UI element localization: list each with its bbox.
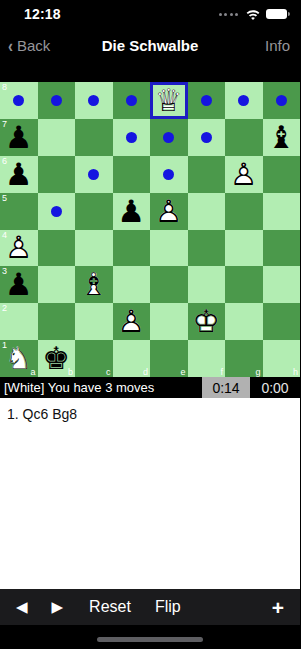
square-a5[interactable]: 5 — [0, 193, 38, 230]
square-f2[interactable]: ♚♔ — [188, 303, 226, 340]
square-e4[interactable] — [150, 230, 188, 267]
app-window: 12:18 ‹ Back Die Schwalbe Info 8♛♕7♟♝6♟♟… — [0, 0, 300, 649]
piece-wN-a1[interactable]: ♞♘ — [0, 340, 38, 377]
file-label-e: e — [180, 367, 185, 377]
legal-move-dot[interactable] — [201, 132, 212, 143]
square-h7[interactable]: ♝ — [263, 119, 301, 156]
square-f8[interactable] — [188, 82, 226, 119]
square-a8[interactable]: 8 — [0, 82, 38, 119]
previous-move-button[interactable]: ◀ — [16, 598, 28, 616]
square-c6[interactable] — [75, 156, 113, 193]
rank-label-5: 5 — [2, 193, 7, 203]
square-d5[interactable]: ♟ — [113, 193, 151, 230]
piece-wQ-e8[interactable]: ♛♕ — [150, 82, 188, 119]
square-c1[interactable]: c — [75, 340, 113, 377]
square-e1[interactable]: e — [150, 340, 188, 377]
square-f3[interactable] — [188, 266, 226, 303]
square-b5[interactable] — [38, 193, 76, 230]
legal-move-dot[interactable] — [88, 169, 99, 180]
square-g6[interactable]: ♟♙ — [225, 156, 263, 193]
reset-button[interactable]: Reset — [89, 598, 131, 616]
legal-move-dot[interactable] — [13, 95, 24, 106]
file-label-c: c — [106, 367, 111, 377]
square-h3[interactable] — [263, 266, 301, 303]
square-f1[interactable]: f — [188, 340, 226, 377]
square-a4[interactable]: 4♟♙ — [0, 230, 38, 267]
square-h6[interactable] — [263, 156, 301, 193]
square-a3[interactable]: 3♟ — [0, 266, 38, 303]
legal-move-dot[interactable] — [201, 95, 212, 106]
piece-wK-f2[interactable]: ♚♔ — [188, 303, 226, 340]
square-b2[interactable] — [38, 303, 76, 340]
nav-bar: ‹ Back Die Schwalbe Info — [0, 28, 300, 62]
square-b6[interactable] — [38, 156, 76, 193]
square-g2[interactable] — [225, 303, 263, 340]
square-h5[interactable] — [263, 193, 301, 230]
piece-bP-a6[interactable]: ♟ — [0, 156, 38, 193]
file-label-h: h — [293, 367, 298, 377]
white-clock: 0:14 — [202, 377, 250, 398]
clock: 12:18 — [24, 6, 61, 22]
status-icons — [219, 9, 291, 20]
square-h2[interactable] — [263, 303, 301, 340]
square-g8[interactable] — [225, 82, 263, 119]
legal-move-dot[interactable] — [163, 132, 174, 143]
square-d7[interactable] — [113, 119, 151, 156]
square-c4[interactable] — [75, 230, 113, 267]
piece-bK-b1[interactable]: ♚ — [38, 340, 76, 377]
square-e7[interactable] — [150, 119, 188, 156]
file-label-g: g — [255, 367, 260, 377]
square-e2[interactable] — [150, 303, 188, 340]
footer — [0, 625, 300, 649]
square-b1[interactable]: b♚ — [38, 340, 76, 377]
square-b4[interactable] — [38, 230, 76, 267]
rank-label-2: 2 — [2, 303, 7, 313]
square-c2[interactable] — [75, 303, 113, 340]
status-bar: 12:18 — [0, 0, 300, 28]
legal-move-dot[interactable] — [126, 95, 137, 106]
piece-bP-a7[interactable]: ♟ — [0, 119, 38, 156]
square-f4[interactable] — [188, 230, 226, 267]
square-g5[interactable] — [225, 193, 263, 230]
square-c7[interactable] — [75, 119, 113, 156]
square-f5[interactable] — [188, 193, 226, 230]
next-move-button[interactable]: ▶ — [52, 598, 64, 616]
back-label: Back — [17, 37, 50, 54]
square-a6[interactable]: 6♟ — [0, 156, 38, 193]
wifi-icon — [245, 9, 261, 20]
black-clock: 0:00 — [250, 377, 300, 398]
legal-move-dot[interactable] — [88, 95, 99, 106]
legal-move-dot[interactable] — [163, 169, 174, 180]
file-label-f: f — [220, 367, 223, 377]
chevron-left-icon: ‹ — [8, 36, 13, 55]
legal-move-dot[interactable] — [276, 95, 287, 106]
game-status-bar: [White] You have 3 moves 0:14 0:00 — [0, 377, 300, 398]
piece-wP-g6[interactable]: ♟♙ — [225, 156, 263, 193]
piece-bP-d5[interactable]: ♟ — [113, 193, 151, 230]
piece-wP-e5[interactable]: ♟♙ — [150, 193, 188, 230]
piece-bP-a3[interactable]: ♟ — [0, 266, 38, 303]
square-c5[interactable] — [75, 193, 113, 230]
spacer — [0, 62, 300, 82]
battery-icon — [266, 9, 290, 20]
square-c8[interactable] — [75, 82, 113, 119]
info-button[interactable]: Info — [265, 37, 290, 54]
status-message: [White] You have 3 moves — [0, 377, 202, 398]
square-a2[interactable]: 2 — [0, 303, 38, 340]
legal-move-dot[interactable] — [126, 132, 137, 143]
square-h4[interactable] — [263, 230, 301, 267]
back-button[interactable]: ‹ Back — [8, 37, 50, 54]
square-g4[interactable] — [225, 230, 263, 267]
square-b3[interactable] — [38, 266, 76, 303]
add-button[interactable]: + — [272, 597, 284, 618]
square-c3[interactable]: ♝♗ — [75, 266, 113, 303]
square-e5[interactable]: ♟♙ — [150, 193, 188, 230]
square-d2[interactable]: ♟♙ — [113, 303, 151, 340]
square-g3[interactable] — [225, 266, 263, 303]
legal-move-dot[interactable] — [51, 206, 62, 217]
square-g7[interactable] — [225, 119, 263, 156]
square-f7[interactable] — [188, 119, 226, 156]
move-list[interactable]: 1. Qc6 Bg8 — [0, 398, 300, 589]
square-h1[interactable]: h — [263, 340, 301, 377]
square-d6[interactable] — [113, 156, 151, 193]
piece-wP-d2[interactable]: ♟♙ — [113, 303, 151, 340]
piece-wB-c3[interactable]: ♝♗ — [75, 266, 113, 303]
square-d8[interactable] — [113, 82, 151, 119]
move-entry: 1. Qc6 Bg8 — [7, 406, 77, 422]
piece-bB-h7[interactable]: ♝ — [263, 119, 301, 156]
square-d4[interactable] — [113, 230, 151, 267]
square-d3[interactable] — [113, 266, 151, 303]
square-b8[interactable] — [38, 82, 76, 119]
rank-label-8: 8 — [2, 82, 7, 92]
square-a7[interactable]: 7♟ — [0, 119, 38, 156]
square-e3[interactable] — [150, 266, 188, 303]
flip-button[interactable]: Flip — [155, 598, 181, 616]
square-f6[interactable] — [188, 156, 226, 193]
chess-board[interactable]: 8♛♕7♟♝6♟♟♙5♟♟♙4♟♙3♟♝♗2♟♙♚♔1a♞♘b♚cdefgh — [0, 82, 300, 377]
square-g1[interactable]: g — [225, 340, 263, 377]
square-d1[interactable]: d — [113, 340, 151, 377]
square-e8[interactable]: ♛♕ — [150, 82, 188, 119]
legal-move-dot[interactable] — [238, 95, 249, 106]
cellular-signal-icon — [219, 13, 239, 16]
legal-move-dot[interactable] — [51, 95, 62, 106]
bottom-toolbar: ◀ ▶ Reset Flip + — [0, 589, 300, 625]
square-e6[interactable] — [150, 156, 188, 193]
piece-wP-a4[interactable]: ♟♙ — [0, 230, 38, 267]
square-h8[interactable] — [263, 82, 301, 119]
square-a1[interactable]: 1a♞♘ — [0, 340, 38, 377]
home-indicator[interactable] — [97, 637, 203, 642]
square-b7[interactable] — [38, 119, 76, 156]
file-label-d: d — [143, 367, 148, 377]
